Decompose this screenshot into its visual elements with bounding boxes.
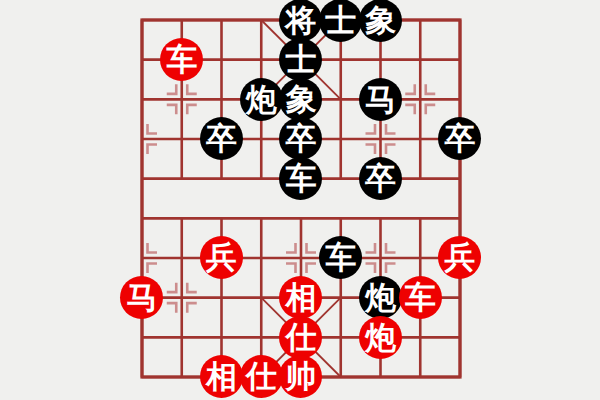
- piece-black-general[interactable]: 将: [279, 0, 322, 42]
- piece-red-advisor[interactable]: 仕: [240, 355, 283, 398]
- piece-black-cannon[interactable]: 炮: [240, 78, 283, 121]
- piece-black-elephant[interactable]: 象: [359, 0, 402, 42]
- piece-red-chariot[interactable]: 车: [399, 276, 442, 319]
- piece-black-advisor[interactable]: 士: [319, 0, 362, 42]
- piece-red-soldier[interactable]: 兵: [200, 236, 243, 279]
- piece-red-horse[interactable]: 马: [120, 276, 163, 319]
- piece-black-cannon[interactable]: 炮: [359, 276, 402, 319]
- piece-black-soldier[interactable]: 卒: [279, 117, 322, 160]
- piece-red-soldier[interactable]: 兵: [438, 236, 481, 279]
- piece-grid: 将士象车士炮象马卒卒卒车卒兵车兵马相炮车仕炮相仕帅: [122, 0, 480, 397]
- piece-black-advisor[interactable]: 士: [279, 38, 322, 81]
- piece-red-general[interactable]: 帅: [279, 355, 322, 398]
- screen: 将士象车士炮象马卒卒卒车卒兵车兵马相炮车仕炮相仕帅: [0, 0, 600, 400]
- piece-black-soldier[interactable]: 卒: [359, 157, 402, 200]
- piece-red-advisor[interactable]: 仕: [279, 316, 322, 359]
- piece-red-elephant[interactable]: 相: [200, 355, 243, 398]
- xiangqi-board: 将士象车士炮象马卒卒卒车卒兵车兵马相炮车仕炮相仕帅: [0, 0, 600, 400]
- piece-black-elephant[interactable]: 象: [279, 78, 322, 121]
- piece-black-horse[interactable]: 马: [359, 78, 402, 121]
- piece-red-chariot[interactable]: 车: [160, 38, 203, 81]
- piece-black-soldier[interactable]: 卒: [438, 117, 481, 160]
- piece-red-cannon[interactable]: 炮: [359, 316, 402, 359]
- piece-black-soldier[interactable]: 卒: [200, 117, 243, 160]
- piece-black-chariot[interactable]: 车: [279, 157, 322, 200]
- piece-red-elephant[interactable]: 相: [279, 276, 322, 319]
- piece-black-chariot[interactable]: 车: [319, 236, 362, 279]
